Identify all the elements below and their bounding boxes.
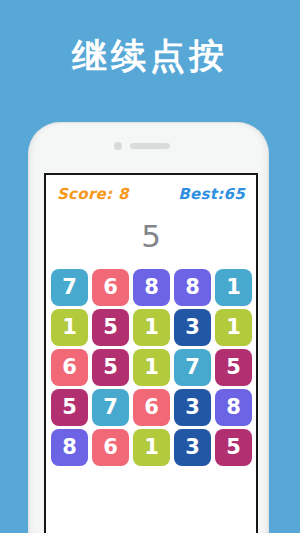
score-label: Score: 8: [57, 185, 129, 203]
tile-r5c3[interactable]: 1: [133, 429, 170, 466]
scorebar: Score: 8 Best:65: [46, 175, 256, 203]
tile-r2c1[interactable]: 1: [51, 309, 88, 346]
app-background: 继续点按 Score: 8 Best:65 5 7688115131651755…: [0, 0, 300, 533]
tile-r5c1[interactable]: 8: [51, 429, 88, 466]
tile-r5c4[interactable]: 3: [174, 429, 211, 466]
target-number: 5: [46, 219, 256, 253]
tile-r4c1[interactable]: 5: [51, 389, 88, 426]
tile-r3c1[interactable]: 6: [51, 349, 88, 386]
tile-r3c5[interactable]: 5: [215, 349, 252, 386]
tile-r1c5[interactable]: 1: [215, 269, 252, 306]
tile-r2c2[interactable]: 5: [92, 309, 129, 346]
tile-r2c5[interactable]: 1: [215, 309, 252, 346]
tile-r3c2[interactable]: 5: [92, 349, 129, 386]
tile-r4c5[interactable]: 8: [215, 389, 252, 426]
tile-r4c2[interactable]: 7: [92, 389, 129, 426]
tile-r3c3[interactable]: 1: [133, 349, 170, 386]
tile-r2c3[interactable]: 1: [133, 309, 170, 346]
best-score-label: Best:65: [178, 185, 245, 203]
phone-frame: Score: 8 Best:65 5 768811513165175576388…: [28, 122, 269, 533]
page-title: 继续点按: [0, 36, 300, 76]
tile-r5c2[interactable]: 6: [92, 429, 129, 466]
tile-r5c5[interactable]: 5: [215, 429, 252, 466]
camera-icon: [114, 142, 122, 150]
tile-r1c4[interactable]: 8: [174, 269, 211, 306]
speaker-icon: [130, 143, 170, 149]
tile-r3c4[interactable]: 7: [174, 349, 211, 386]
tile-r4c4[interactable]: 3: [174, 389, 211, 426]
tile-r1c1[interactable]: 7: [51, 269, 88, 306]
tile-r4c3[interactable]: 6: [133, 389, 170, 426]
tile-r1c2[interactable]: 6: [92, 269, 129, 306]
tile-r2c4[interactable]: 3: [174, 309, 211, 346]
tile-grid: 7688115131651755763886135: [51, 269, 252, 466]
tile-r1c3[interactable]: 8: [133, 269, 170, 306]
game-screen: Score: 8 Best:65 5 768811513165175576388…: [44, 173, 258, 533]
